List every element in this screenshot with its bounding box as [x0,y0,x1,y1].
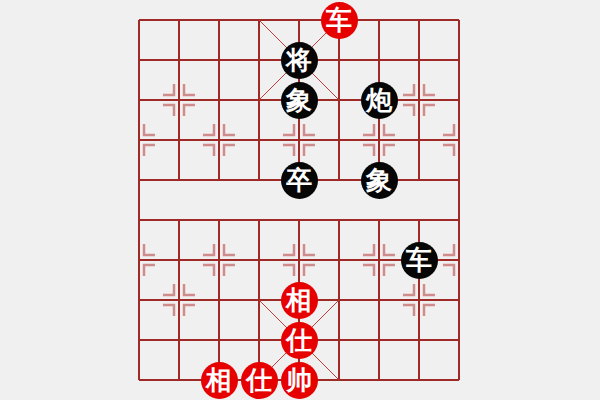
piece-red-elephant-c10[interactable]: 相 [201,362,238,399]
piece-black-general-e2[interactable]: 将 [281,42,318,79]
piece-red-general-e10[interactable]: 帅 [281,362,318,399]
piece-red-chariot-f1[interactable]: 车 [321,2,358,39]
piece-black-soldier-e5[interactable]: 卒 [281,162,318,199]
piece-black-elephant-e3[interactable]: 象 [281,82,318,119]
piece-black-chariot-h7[interactable]: 车 [401,242,438,279]
piece-red-advisor-e9[interactable]: 仕 [281,322,318,359]
piece-black-elephant-g5[interactable]: 象 [361,162,398,199]
piece-red-advisor-d10[interactable]: 仕 [241,362,278,399]
piece-red-elephant-e8[interactable]: 相 [281,282,318,319]
piece-black-cannon-g3[interactable]: 炮 [361,82,398,119]
pieces-layer: 车将象炮卒象车相仕相仕帅 [119,0,479,400]
xiangqi-diagram: 车将象炮卒象车相仕相仕帅 [0,0,600,400]
